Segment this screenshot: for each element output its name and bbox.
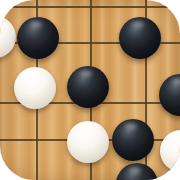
black-stone[interactable] [116,163,158,180]
white-stone[interactable] [14,67,56,109]
screenshot [0,0,180,180]
black-stone[interactable] [119,17,161,59]
white-stone[interactable] [0,16,16,58]
white-stone[interactable] [67,121,109,163]
black-stone[interactable] [159,74,180,116]
white-stone[interactable] [160,130,180,172]
go-board-icon[interactable] [0,0,180,180]
black-stone[interactable] [67,66,109,108]
black-stone[interactable] [112,119,154,161]
black-stone[interactable] [17,17,59,59]
